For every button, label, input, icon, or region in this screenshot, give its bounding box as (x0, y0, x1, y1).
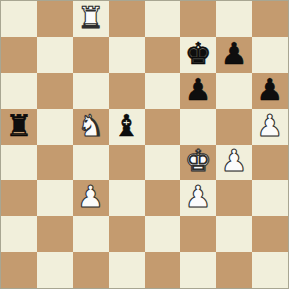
square-c5[interactable]: ♞ (73, 109, 109, 145)
square-a1[interactable] (1, 252, 37, 288)
square-g6[interactable] (216, 73, 252, 109)
square-c1[interactable] (73, 252, 109, 288)
square-b2[interactable] (37, 216, 73, 252)
square-f5[interactable] (180, 109, 216, 145)
square-e8[interactable] (145, 1, 181, 37)
square-d6[interactable] (109, 73, 145, 109)
square-h4[interactable] (252, 145, 288, 181)
square-a4[interactable] (1, 145, 37, 181)
square-d5[interactable]: ♝ (109, 109, 145, 145)
square-g2[interactable] (216, 216, 252, 252)
square-d3[interactable] (109, 180, 145, 216)
square-g3[interactable] (216, 180, 252, 216)
square-b8[interactable] (37, 1, 73, 37)
square-h3[interactable] (252, 180, 288, 216)
square-f8[interactable] (180, 1, 216, 37)
square-f7[interactable]: ♚ (180, 37, 216, 73)
square-d4[interactable] (109, 145, 145, 181)
square-e5[interactable] (145, 109, 181, 145)
square-g4[interactable]: ♟ (216, 145, 252, 181)
square-g8[interactable] (216, 1, 252, 37)
piece-black-pawn-h6[interactable]: ♟ (257, 75, 284, 105)
square-d2[interactable] (109, 216, 145, 252)
square-h5[interactable]: ♟ (252, 109, 288, 145)
square-c2[interactable] (73, 216, 109, 252)
square-a8[interactable] (1, 1, 37, 37)
square-e7[interactable] (145, 37, 181, 73)
piece-white-knight-c5[interactable]: ♞ (77, 111, 104, 141)
square-e3[interactable] (145, 180, 181, 216)
piece-white-rook-c8[interactable]: ♜ (77, 3, 104, 33)
square-f1[interactable] (180, 252, 216, 288)
square-b1[interactable] (37, 252, 73, 288)
piece-white-king-f4[interactable]: ♚ (185, 146, 212, 176)
square-g7[interactable]: ♟ (216, 37, 252, 73)
square-g1[interactable] (216, 252, 252, 288)
square-d7[interactable] (109, 37, 145, 73)
square-d8[interactable] (109, 1, 145, 37)
square-a6[interactable] (1, 73, 37, 109)
square-c4[interactable] (73, 145, 109, 181)
square-h1[interactable] (252, 252, 288, 288)
square-c3[interactable]: ♟ (73, 180, 109, 216)
square-a7[interactable] (1, 37, 37, 73)
square-a5[interactable]: ♜ (1, 109, 37, 145)
piece-white-pawn-c3[interactable]: ♟ (77, 182, 104, 212)
square-b4[interactable] (37, 145, 73, 181)
square-f2[interactable] (180, 216, 216, 252)
square-e4[interactable] (145, 145, 181, 181)
square-a3[interactable] (1, 180, 37, 216)
piece-black-pawn-g7[interactable]: ♟ (221, 39, 248, 69)
piece-black-king-f7[interactable]: ♚ (185, 39, 212, 69)
chess-board: ♜♚♟♟♟♜♞♝♟♚♟♟♟ (0, 0, 289, 289)
piece-black-pawn-f6[interactable]: ♟ (185, 75, 212, 105)
piece-white-pawn-f3[interactable]: ♟ (185, 182, 212, 212)
square-h8[interactable] (252, 1, 288, 37)
piece-white-pawn-g4[interactable]: ♟ (221, 146, 248, 176)
piece-black-bishop-d5[interactable]: ♝ (113, 111, 140, 141)
piece-white-pawn-h5[interactable]: ♟ (257, 111, 284, 141)
square-f3[interactable]: ♟ (180, 180, 216, 216)
square-b5[interactable] (37, 109, 73, 145)
square-e6[interactable] (145, 73, 181, 109)
square-d1[interactable] (109, 252, 145, 288)
piece-black-rook-a5[interactable]: ♜ (5, 111, 32, 141)
square-h2[interactable] (252, 216, 288, 252)
square-a2[interactable] (1, 216, 37, 252)
square-f4[interactable]: ♚ (180, 145, 216, 181)
square-b7[interactable] (37, 37, 73, 73)
square-c6[interactable] (73, 73, 109, 109)
square-h6[interactable]: ♟ (252, 73, 288, 109)
square-f6[interactable]: ♟ (180, 73, 216, 109)
square-e2[interactable] (145, 216, 181, 252)
square-e1[interactable] (145, 252, 181, 288)
square-b3[interactable] (37, 180, 73, 216)
square-c8[interactable]: ♜ (73, 1, 109, 37)
square-b6[interactable] (37, 73, 73, 109)
square-g5[interactable] (216, 109, 252, 145)
square-h7[interactable] (252, 37, 288, 73)
square-c7[interactable] (73, 37, 109, 73)
